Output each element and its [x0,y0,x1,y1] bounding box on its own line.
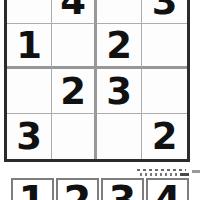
sudoku-cell-given-r1c2: 4 [52,0,97,24]
tray-digit-4[interactable]: 4 [146,178,189,200]
tray-digit-2[interactable]: 2 [56,178,99,200]
tray-digit-3[interactable]: 3 [101,178,144,200]
sudoku-cell-given-r4c4: 2 [142,114,187,159]
watermark-line-2 [140,173,189,176]
watermark-edge-mark [192,170,200,173]
sudoku-cell-given-r2c3: 2 [97,24,142,69]
sudoku-cell-empty-r1c1[interactable] [7,0,52,24]
digit-tray: 1234 [11,178,189,200]
sudoku-cell-empty-r4c2[interactable] [52,114,97,159]
sudoku-cell-empty-r1c3[interactable] [97,0,142,24]
sudoku-cell-given-r2c1: 1 [7,24,52,69]
sudoku-cell-given-r3c2: 2 [52,69,97,114]
sudoku-cell-empty-r2c2[interactable] [52,24,97,69]
sudoku-cell-given-r3c3: 3 [97,69,142,114]
watermark-line-1 [137,169,186,171]
sudoku-cell-given-r1c4: 3 [142,0,187,24]
sudoku-board: 43122332 [4,0,190,162]
sudoku-cell-empty-r2c4[interactable] [142,24,187,69]
sudoku-cell-empty-r4c3[interactable] [97,114,142,159]
sudoku-cell-given-r4c1: 3 [7,114,52,159]
sudoku-cell-empty-r3c4[interactable] [142,69,187,114]
tray-digit-1[interactable]: 1 [11,178,54,200]
sudoku-cell-empty-r3c1[interactable] [7,69,52,114]
